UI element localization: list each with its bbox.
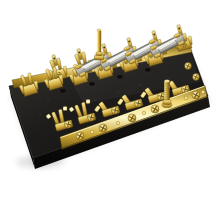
rivet: [201, 90, 204, 93]
phillips-screw: [76, 132, 84, 140]
rivet: [90, 130, 93, 133]
product-photo: [0, 0, 220, 198]
rivet: [184, 96, 187, 99]
rivet: [116, 121, 119, 124]
photo-stage: [0, 0, 220, 198]
rivet: [142, 111, 145, 114]
fuse-block-illustration: [0, 0, 220, 198]
phillips-screw: [99, 124, 107, 132]
phillips-screw: [151, 105, 159, 113]
phillips-screw: [185, 63, 192, 70]
phillips-screw: [192, 91, 200, 99]
phillips-screw: [193, 74, 200, 81]
phillips-screw: [128, 114, 136, 122]
